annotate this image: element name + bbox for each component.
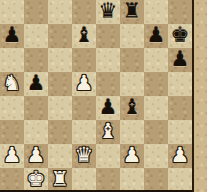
square-d6[interactable] [72,48,96,72]
square-g5[interactable] [144,72,168,96]
square-h4[interactable] [168,96,192,120]
square-a5[interactable]: ♞ [0,72,24,96]
piece-white-king: ♚ [27,167,46,191]
square-c1[interactable]: ♜ [48,168,72,192]
square-g4[interactable] [144,96,168,120]
square-f6[interactable] [120,48,144,72]
square-c8[interactable] [48,0,72,24]
square-c5[interactable] [48,72,72,96]
piece-white-queen: ♛ [75,143,94,167]
square-b2[interactable]: ♟ [24,144,48,168]
square-a8[interactable] [0,0,24,24]
piece-white-pawn: ♟ [75,71,94,95]
piece-black-pawn: ♟ [27,71,46,95]
square-e1[interactable] [96,168,120,192]
square-d7[interactable]: ♝ [72,24,96,48]
square-d5[interactable]: ♟ [72,72,96,96]
square-f3[interactable] [120,120,144,144]
square-g8[interactable] [144,0,168,24]
piece-black-pawn: ♟ [147,23,166,47]
piece-white-pawn: ♟ [123,143,142,167]
piece-black-pawn: ♟ [171,47,190,71]
square-b3[interactable] [24,120,48,144]
square-b4[interactable] [24,96,48,120]
piece-white-pawn: ♟ [27,143,46,167]
piece-white-knight: ♞ [3,71,22,95]
square-g1[interactable] [144,168,168,192]
square-h6[interactable]: ♟ [168,48,192,72]
square-d3[interactable] [72,120,96,144]
piece-white-pawn: ♟ [171,143,190,167]
square-d2[interactable]: ♛ [72,144,96,168]
square-e7[interactable] [96,24,120,48]
piece-black-bishop: ♝ [123,95,142,119]
square-a2[interactable]: ♟ [0,144,24,168]
square-h1[interactable] [168,168,192,192]
piece-black-queen: ♛ [99,0,118,23]
square-g7[interactable]: ♟ [144,24,168,48]
square-f8[interactable]: ♜ [120,0,144,24]
piece-white-pawn: ♟ [3,143,22,167]
piece-white-bishop: ♝ [99,119,118,143]
square-b1[interactable]: ♚ [24,168,48,192]
board-bottom-edge-line [0,190,192,192]
square-a3[interactable] [0,120,24,144]
square-d1[interactable] [72,168,96,192]
square-e6[interactable] [96,48,120,72]
square-d8[interactable] [72,0,96,24]
square-g3[interactable] [144,120,168,144]
piece-black-bishop: ♝ [75,23,94,47]
square-a6[interactable] [0,48,24,72]
square-f1[interactable] [120,168,144,192]
chess-board-screenshot: ♛♜♟♝♟♚♟♞♟♟♟♝♝♟♟♛♟♟♚♜ [0,0,207,192]
square-c3[interactable] [48,120,72,144]
square-g6[interactable] [144,48,168,72]
square-h3[interactable] [168,120,192,144]
piece-black-rook: ♜ [123,0,142,23]
square-e8[interactable]: ♛ [96,0,120,24]
square-h5[interactable] [168,72,192,96]
square-c2[interactable] [48,144,72,168]
square-h8[interactable] [168,0,192,24]
square-e3[interactable]: ♝ [96,120,120,144]
square-e5[interactable] [96,72,120,96]
piece-white-rook: ♜ [51,167,70,191]
piece-black-pawn: ♟ [99,95,118,119]
square-a7[interactable]: ♟ [0,24,24,48]
piece-black-pawn: ♟ [3,23,22,47]
square-f2[interactable]: ♟ [120,144,144,168]
square-a4[interactable] [0,96,24,120]
board-right-border-strip [194,0,207,192]
square-f4[interactable]: ♝ [120,96,144,120]
square-d4[interactable] [72,96,96,120]
chess-board: ♛♜♟♝♟♚♟♞♟♟♟♝♝♟♟♛♟♟♚♜ [0,0,192,192]
square-e2[interactable] [96,144,120,168]
square-b5[interactable]: ♟ [24,72,48,96]
square-c6[interactable] [48,48,72,72]
square-h2[interactable]: ♟ [168,144,192,168]
square-g2[interactable] [144,144,168,168]
square-c4[interactable] [48,96,72,120]
square-e4[interactable]: ♟ [96,96,120,120]
square-a1[interactable] [0,168,24,192]
square-f7[interactable] [120,24,144,48]
square-b7[interactable] [24,24,48,48]
square-b8[interactable] [24,0,48,24]
piece-black-king: ♚ [171,23,190,47]
square-h7[interactable]: ♚ [168,24,192,48]
square-c7[interactable] [48,24,72,48]
square-f5[interactable] [120,72,144,96]
square-b6[interactable] [24,48,48,72]
